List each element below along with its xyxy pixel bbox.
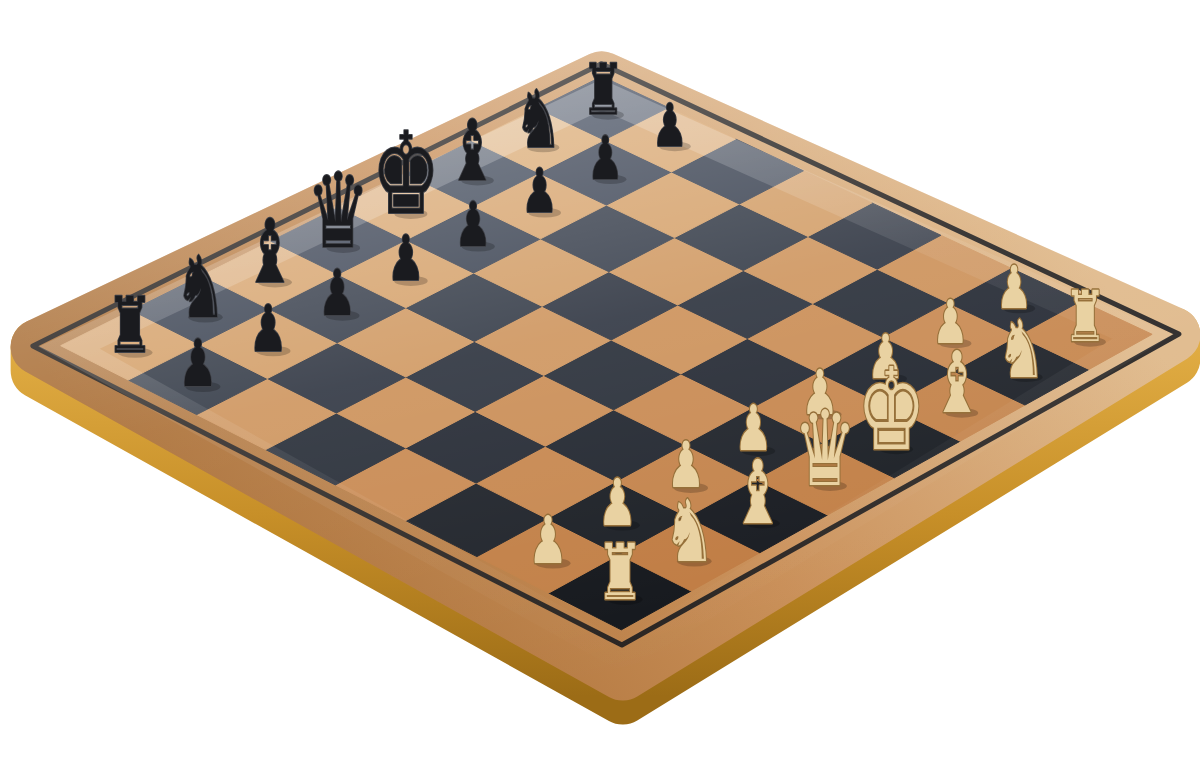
piece-white-pawn-a2[interactable]: ♟ <box>528 502 568 578</box>
piece-white-king-e1[interactable]: ♚ <box>857 343 926 475</box>
piece-black-queen-d8[interactable]: ♛ <box>307 151 370 271</box>
piece-white-queen-d1[interactable]: ♛ <box>793 390 856 510</box>
piece-black-pawn-d7[interactable]: ♟ <box>387 222 425 296</box>
piece-black-bishop-c8[interactable]: ♝ <box>243 200 297 303</box>
piece-white-rook-h1[interactable]: ♜ <box>1064 276 1107 358</box>
piece-black-pawn-f7[interactable]: ♟ <box>521 156 558 226</box>
piece-black-knight-b8[interactable]: ♞ <box>174 237 226 336</box>
piece-white-knight-g1[interactable]: ♞ <box>997 303 1046 395</box>
piece-black-bishop-f8[interactable]: ♝ <box>447 102 498 200</box>
piece-black-pawn-a7[interactable]: ♟ <box>178 325 218 401</box>
piece-black-pawn-h7[interactable]: ♟ <box>652 91 688 160</box>
piece-black-pawn-g7[interactable]: ♟ <box>587 123 624 193</box>
piece-black-rook-a8[interactable]: ♜ <box>107 281 154 371</box>
piece-black-pawn-c7[interactable]: ♟ <box>318 257 357 331</box>
piece-white-rook-a1[interactable]: ♜ <box>596 528 643 618</box>
piece-black-pawn-e7[interactable]: ♟ <box>454 189 492 260</box>
piece-black-pawn-b7[interactable]: ♟ <box>249 291 288 366</box>
piece-white-bishop-c1[interactable]: ♝ <box>731 441 785 544</box>
chess-set-photo: ♜♟♞♟♝♟♚♟♛♟♝♟♟♞♜♟♟♜♞♟♟♝♟♚♟♛♟♝♟♞♟♜ <box>0 0 1200 758</box>
piece-black-knight-g8[interactable]: ♞ <box>514 73 562 165</box>
piece-black-rook-h8[interactable]: ♜ <box>582 50 625 131</box>
piece-white-bishop-f1[interactable]: ♝ <box>931 334 983 432</box>
piece-black-king-e8[interactable]: ♚ <box>371 108 440 240</box>
piece-white-knight-b1[interactable]: ♞ <box>663 481 715 580</box>
chess-board: ♜♟♞♟♝♟♚♟♛♟♝♟♟♞♜♟♟♜♞♟♟♝♟♚♟♛♟♝♟♞♟♜ <box>0 0 1200 758</box>
